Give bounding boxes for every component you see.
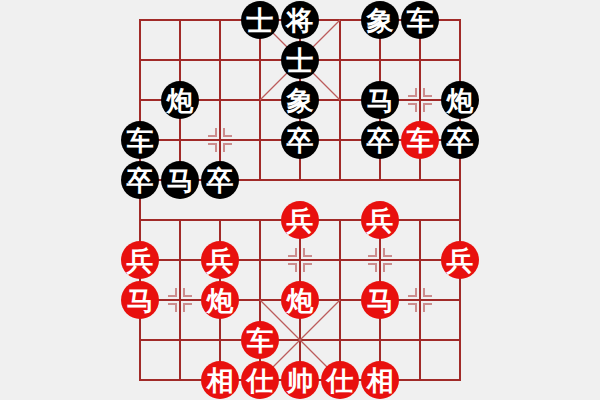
board-point: 兵: [440, 240, 480, 280]
piece-red-soldier[interactable]: 兵: [441, 241, 479, 279]
board-point: 车: [400, 0, 440, 40]
xiangqi-app: 士将象车士炮象马炮车卒卒车卒卒马卒兵兵兵兵兵马炮炮马车相仕帅仕相: [0, 0, 600, 400]
piece-red-horse[interactable]: 马: [121, 281, 159, 319]
piece-red-horse[interactable]: 马: [361, 281, 399, 319]
piece-red-soldier[interactable]: 兵: [281, 201, 319, 239]
board-point: 马: [360, 280, 400, 320]
piece-red-cannon[interactable]: 炮: [201, 281, 239, 319]
piece-black-soldier[interactable]: 卒: [201, 161, 239, 199]
piece-black-advisor[interactable]: 士: [281, 41, 319, 79]
board-point: 炮: [440, 80, 480, 120]
board-point: 马: [120, 280, 160, 320]
piece-red-elephant[interactable]: 相: [361, 361, 399, 399]
board-point: 卒: [360, 120, 400, 160]
piece-black-elephant[interactable]: 象: [361, 1, 399, 39]
point-marker: [400, 80, 440, 120]
point-marker: [400, 280, 440, 320]
board-point: 相: [200, 360, 240, 400]
board-point: 相: [360, 360, 400, 400]
board-point: 卒: [440, 120, 480, 160]
board-point: 帅: [280, 360, 320, 400]
piece-black-chariot[interactable]: 车: [401, 1, 439, 39]
piece-black-horse[interactable]: 马: [161, 161, 199, 199]
piece-red-advisor[interactable]: 仕: [241, 361, 279, 399]
piece-red-chariot[interactable]: 车: [401, 121, 439, 159]
point-marker: [360, 240, 400, 280]
board-point: 兵: [120, 240, 160, 280]
piece-black-advisor[interactable]: 士: [241, 1, 279, 39]
board-point: 卒: [280, 120, 320, 160]
board-point: 象: [360, 0, 400, 40]
board-point: 炮: [160, 80, 200, 120]
board-point: 士: [280, 40, 320, 80]
piece-black-cannon[interactable]: 炮: [161, 81, 199, 119]
board-point: 兵: [280, 200, 320, 240]
piece-black-general[interactable]: 将: [281, 1, 319, 39]
point-marker: [200, 120, 240, 160]
piece-black-horse[interactable]: 马: [361, 81, 399, 119]
board-point: 马: [160, 160, 200, 200]
board-point: 士: [240, 0, 280, 40]
piece-black-cannon[interactable]: 炮: [441, 81, 479, 119]
board-point: 将: [280, 0, 320, 40]
piece-red-chariot[interactable]: 车: [241, 321, 279, 359]
board-point: 仕: [320, 360, 360, 400]
board-point: 车: [400, 120, 440, 160]
piece-black-elephant[interactable]: 象: [281, 81, 319, 119]
board-point: 卒: [200, 160, 240, 200]
piece-black-soldier[interactable]: 卒: [281, 121, 319, 159]
board-point: 马: [360, 80, 400, 120]
piece-red-elephant[interactable]: 相: [201, 361, 239, 399]
board-point: 卒: [120, 160, 160, 200]
piece-red-soldier[interactable]: 兵: [201, 241, 239, 279]
board-point: 炮: [280, 280, 320, 320]
board-point: 炮: [200, 280, 240, 320]
board-point: 仕: [240, 360, 280, 400]
point-marker: [160, 280, 200, 320]
board-point: 兵: [360, 200, 400, 240]
piece-red-general[interactable]: 帅: [281, 361, 319, 399]
piece-red-soldier[interactable]: 兵: [361, 201, 399, 239]
piece-black-soldier[interactable]: 卒: [121, 161, 159, 199]
point-marker: [280, 240, 320, 280]
piece-black-soldier[interactable]: 卒: [361, 121, 399, 159]
board-point: 兵: [200, 240, 240, 280]
piece-red-soldier[interactable]: 兵: [121, 241, 159, 279]
piece-black-soldier[interactable]: 卒: [441, 121, 479, 159]
board-points-grid: 士将象车士炮象马炮车卒卒车卒卒马卒兵兵兵兵兵马炮炮马车相仕帅仕相: [120, 0, 480, 400]
board-point: 车: [240, 320, 280, 360]
piece-red-advisor[interactable]: 仕: [321, 361, 359, 399]
piece-black-chariot[interactable]: 车: [121, 121, 159, 159]
piece-red-cannon[interactable]: 炮: [281, 281, 319, 319]
board-point: 车: [120, 120, 160, 160]
board-point: 象: [280, 80, 320, 120]
